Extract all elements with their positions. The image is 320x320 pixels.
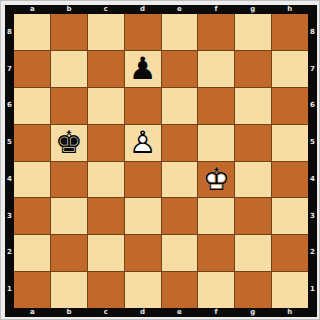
- white-pawn-outline: ♙: [125, 125, 161, 161]
- file-label-h-top: h: [271, 5, 308, 14]
- square-h6[interactable]: [272, 88, 308, 124]
- square-a8[interactable]: [14, 14, 50, 50]
- square-d4[interactable]: [125, 162, 161, 198]
- square-e8[interactable]: [162, 14, 198, 50]
- rank-label-7-right: 7: [308, 51, 317, 88]
- square-g3[interactable]: [235, 198, 271, 234]
- file-label-b-bottom: b: [51, 308, 88, 317]
- rank-label-6-left: 6: [5, 88, 14, 125]
- square-d2[interactable]: [125, 235, 161, 271]
- square-b2[interactable]: [51, 235, 87, 271]
- rank-labels-right: 87654321: [308, 14, 317, 308]
- square-c8[interactable]: [88, 14, 124, 50]
- square-b7[interactable]: [51, 51, 87, 87]
- square-a2[interactable]: [14, 235, 50, 271]
- rank-label-1-left: 1: [5, 271, 14, 308]
- square-c6[interactable]: [88, 88, 124, 124]
- white-king-outline: ♔: [198, 162, 234, 198]
- square-b3[interactable]: [51, 198, 87, 234]
- square-d6[interactable]: [125, 88, 161, 124]
- file-label-f-top: f: [198, 5, 235, 14]
- square-a5[interactable]: [14, 125, 50, 161]
- square-e2[interactable]: [162, 235, 198, 271]
- file-label-e-top: e: [161, 5, 198, 14]
- file-label-c-top: c: [88, 5, 125, 14]
- square-f1[interactable]: [198, 272, 234, 308]
- square-b5[interactable]: ♚: [51, 125, 87, 161]
- page-background: abcdefgh abcdefgh 87654321 87654321 ♟♚♟♙…: [0, 0, 320, 320]
- rank-label-4-right: 4: [308, 161, 317, 198]
- square-d3[interactable]: [125, 198, 161, 234]
- square-f8[interactable]: [198, 14, 234, 50]
- square-g5[interactable]: [235, 125, 271, 161]
- square-h8[interactable]: [272, 14, 308, 50]
- square-g8[interactable]: [235, 14, 271, 50]
- square-f5[interactable]: [198, 125, 234, 161]
- board-frame: abcdefgh abcdefgh 87654321 87654321 ♟♚♟♙…: [5, 5, 317, 317]
- file-label-a-top: a: [14, 5, 51, 14]
- square-e4[interactable]: [162, 162, 198, 198]
- square-f6[interactable]: [198, 88, 234, 124]
- square-f4[interactable]: ♚♔: [198, 162, 234, 198]
- square-h3[interactable]: [272, 198, 308, 234]
- square-d8[interactable]: [125, 14, 161, 50]
- black-pawn[interactable]: ♟: [125, 51, 161, 87]
- square-c5[interactable]: [88, 125, 124, 161]
- black-king[interactable]: ♚: [51, 125, 87, 161]
- square-e1[interactable]: [162, 272, 198, 308]
- rank-label-2-right: 2: [308, 235, 317, 272]
- square-c1[interactable]: [88, 272, 124, 308]
- square-d1[interactable]: [125, 272, 161, 308]
- file-labels-bottom: abcdefgh: [14, 308, 308, 317]
- square-a3[interactable]: [14, 198, 50, 234]
- rank-labels-left: 87654321: [5, 14, 14, 308]
- square-h7[interactable]: [272, 51, 308, 87]
- square-b4[interactable]: [51, 162, 87, 198]
- white-king[interactable]: ♚♔: [198, 162, 234, 198]
- square-h1[interactable]: [272, 272, 308, 308]
- file-label-d-bottom: d: [124, 308, 161, 317]
- rank-label-3-left: 3: [5, 198, 14, 235]
- square-e7[interactable]: [162, 51, 198, 87]
- square-c4[interactable]: [88, 162, 124, 198]
- square-e5[interactable]: [162, 125, 198, 161]
- file-label-d-top: d: [124, 5, 161, 14]
- square-b6[interactable]: [51, 88, 87, 124]
- square-f2[interactable]: [198, 235, 234, 271]
- square-g2[interactable]: [235, 235, 271, 271]
- rank-label-8-right: 8: [308, 14, 317, 51]
- file-label-g-bottom: g: [235, 308, 272, 317]
- rank-label-8-left: 8: [5, 14, 14, 51]
- square-a1[interactable]: [14, 272, 50, 308]
- file-label-c-bottom: c: [88, 308, 125, 317]
- square-f3[interactable]: [198, 198, 234, 234]
- rank-label-7-left: 7: [5, 51, 14, 88]
- square-g4[interactable]: [235, 162, 271, 198]
- file-label-f-bottom: f: [198, 308, 235, 317]
- square-c2[interactable]: [88, 235, 124, 271]
- square-a4[interactable]: [14, 162, 50, 198]
- rank-label-4-left: 4: [5, 161, 14, 198]
- rank-label-5-right: 5: [308, 124, 317, 161]
- square-g1[interactable]: [235, 272, 271, 308]
- rank-label-6-right: 6: [308, 88, 317, 125]
- square-h2[interactable]: [272, 235, 308, 271]
- rank-label-2-left: 2: [5, 235, 14, 272]
- square-g7[interactable]: [235, 51, 271, 87]
- square-h4[interactable]: [272, 162, 308, 198]
- square-h5[interactable]: [272, 125, 308, 161]
- square-d5[interactable]: ♟♙: [125, 125, 161, 161]
- square-e6[interactable]: [162, 88, 198, 124]
- file-label-h-bottom: h: [271, 308, 308, 317]
- square-b1[interactable]: [51, 272, 87, 308]
- file-label-e-bottom: e: [161, 308, 198, 317]
- square-g6[interactable]: [235, 88, 271, 124]
- rank-label-3-right: 3: [308, 198, 317, 235]
- square-f7[interactable]: [198, 51, 234, 87]
- square-c3[interactable]: [88, 198, 124, 234]
- file-label-a-bottom: a: [14, 308, 51, 317]
- square-a7[interactable]: [14, 51, 50, 87]
- square-a6[interactable]: [14, 88, 50, 124]
- square-d7[interactable]: ♟: [125, 51, 161, 87]
- white-pawn[interactable]: ♟♙: [125, 125, 161, 161]
- rank-label-1-right: 1: [308, 271, 317, 308]
- rank-label-5-left: 5: [5, 124, 14, 161]
- file-label-b-top: b: [51, 5, 88, 14]
- square-e3[interactable]: [162, 198, 198, 234]
- chess-board[interactable]: ♟♚♟♙♚♔: [14, 14, 308, 308]
- file-label-g-top: g: [235, 5, 272, 14]
- square-c7[interactable]: [88, 51, 124, 87]
- file-labels-top: abcdefgh: [14, 5, 308, 14]
- square-b8[interactable]: [51, 14, 87, 50]
